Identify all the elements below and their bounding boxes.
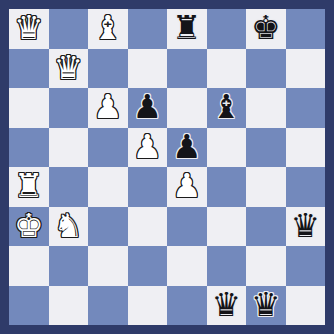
square-a8[interactable]: ♛: [9, 9, 49, 49]
square-g1[interactable]: ♛: [246, 286, 286, 326]
piece-white-queen[interactable]: ♛: [53, 51, 83, 84]
square-a5[interactable]: [9, 128, 49, 168]
square-c2[interactable]: [88, 246, 128, 286]
square-e3[interactable]: [167, 207, 207, 247]
square-c7[interactable]: [88, 49, 128, 89]
square-a7[interactable]: [9, 49, 49, 89]
square-g5[interactable]: [246, 128, 286, 168]
square-f5[interactable]: [207, 128, 247, 168]
square-d8[interactable]: [128, 9, 168, 49]
square-g2[interactable]: [246, 246, 286, 286]
piece-white-queen[interactable]: ♛: [14, 11, 44, 44]
square-f1[interactable]: ♛: [207, 286, 247, 326]
piece-white-knight[interactable]: ♞: [53, 209, 83, 242]
square-b2[interactable]: [49, 246, 89, 286]
square-h1[interactable]: [286, 286, 326, 326]
square-a1[interactable]: [9, 286, 49, 326]
square-h6[interactable]: [286, 88, 326, 128]
square-b8[interactable]: [49, 9, 89, 49]
piece-black-pawn[interactable]: ♟: [132, 90, 162, 123]
square-d7[interactable]: [128, 49, 168, 89]
piece-black-bishop[interactable]: ♝: [211, 90, 241, 123]
piece-white-pawn[interactable]: ♟: [93, 90, 123, 123]
square-g6[interactable]: [246, 88, 286, 128]
square-c8[interactable]: ♝: [88, 9, 128, 49]
square-b5[interactable]: [49, 128, 89, 168]
square-f6[interactable]: ♝: [207, 88, 247, 128]
square-a6[interactable]: [9, 88, 49, 128]
piece-white-rook[interactable]: ♜: [14, 169, 44, 202]
piece-black-queen[interactable]: ♛: [251, 288, 281, 321]
square-a2[interactable]: [9, 246, 49, 286]
square-d2[interactable]: [128, 246, 168, 286]
square-e5[interactable]: ♟: [167, 128, 207, 168]
square-c4[interactable]: [88, 167, 128, 207]
square-g3[interactable]: [246, 207, 286, 247]
square-h3[interactable]: ♛: [286, 207, 326, 247]
chess-board-frame: ♛♝♜♚♛♟♟♝♟♟♜♟♚♞♛♛♛: [0, 0, 334, 334]
square-b7[interactable]: ♛: [49, 49, 89, 89]
square-h5[interactable]: [286, 128, 326, 168]
chess-board: ♛♝♜♚♛♟♟♝♟♟♜♟♚♞♛♛♛: [9, 9, 325, 325]
square-d6[interactable]: ♟: [128, 88, 168, 128]
square-d3[interactable]: [128, 207, 168, 247]
square-f8[interactable]: [207, 9, 247, 49]
square-e4[interactable]: ♟: [167, 167, 207, 207]
square-f7[interactable]: [207, 49, 247, 89]
square-g4[interactable]: [246, 167, 286, 207]
square-f4[interactable]: [207, 167, 247, 207]
piece-white-pawn[interactable]: ♟: [172, 169, 202, 202]
square-a4[interactable]: ♜: [9, 167, 49, 207]
square-g7[interactable]: [246, 49, 286, 89]
square-c6[interactable]: ♟: [88, 88, 128, 128]
square-c5[interactable]: [88, 128, 128, 168]
square-a3[interactable]: ♚: [9, 207, 49, 247]
square-h4[interactable]: [286, 167, 326, 207]
square-g8[interactable]: ♚: [246, 9, 286, 49]
square-e6[interactable]: [167, 88, 207, 128]
square-e7[interactable]: [167, 49, 207, 89]
piece-white-pawn[interactable]: ♟: [132, 130, 162, 163]
square-c1[interactable]: [88, 286, 128, 326]
square-c3[interactable]: [88, 207, 128, 247]
square-b3[interactable]: ♞: [49, 207, 89, 247]
square-e2[interactable]: [167, 246, 207, 286]
square-e8[interactable]: ♜: [167, 9, 207, 49]
square-b1[interactable]: [49, 286, 89, 326]
square-f3[interactable]: [207, 207, 247, 247]
square-h7[interactable]: [286, 49, 326, 89]
square-d1[interactable]: [128, 286, 168, 326]
piece-black-rook[interactable]: ♜: [172, 11, 202, 44]
piece-black-pawn[interactable]: ♟: [172, 130, 202, 163]
square-h8[interactable]: [286, 9, 326, 49]
square-h2[interactable]: [286, 246, 326, 286]
piece-black-queen[interactable]: ♛: [290, 209, 320, 242]
piece-white-bishop[interactable]: ♝: [93, 11, 123, 44]
square-d5[interactable]: ♟: [128, 128, 168, 168]
square-b6[interactable]: [49, 88, 89, 128]
piece-black-queen[interactable]: ♛: [211, 288, 241, 321]
piece-black-king[interactable]: ♚: [251, 11, 281, 44]
square-f2[interactable]: [207, 246, 247, 286]
square-d4[interactable]: [128, 167, 168, 207]
square-e1[interactable]: [167, 286, 207, 326]
square-b4[interactable]: [49, 167, 89, 207]
piece-white-king[interactable]: ♚: [14, 209, 44, 242]
